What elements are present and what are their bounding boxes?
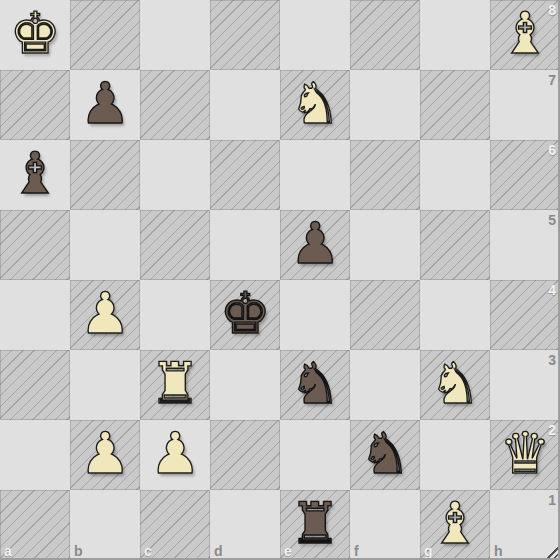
square-f8[interactable] [350,0,420,70]
square-h3[interactable]: 3 [490,350,560,420]
square-h2[interactable]: ♛2 [490,420,560,490]
square-f3[interactable] [350,350,420,420]
piece-white-pawn-b4[interactable]: ♟ [79,285,130,342]
square-g8[interactable] [420,0,490,70]
piece-black-knight-f2[interactable]: ♞ [359,425,410,482]
square-d8[interactable] [210,0,280,70]
piece-black-bishop-a6[interactable]: ♝ [9,145,60,202]
square-e4[interactable] [280,280,350,350]
square-e7[interactable]: ♞ [280,70,350,140]
square-b2[interactable]: ♟ [70,420,140,490]
file-label-f: f [354,544,359,558]
rank-label-4: 4 [548,283,556,297]
rank-label-7: 7 [548,73,556,87]
piece-white-king-a8[interactable]: ♚ [9,5,60,62]
square-d1[interactable]: d [210,490,280,560]
square-f4[interactable] [350,280,420,350]
square-g4[interactable] [420,280,490,350]
square-a6[interactable]: ♝ [0,140,70,210]
square-b1[interactable]: b [70,490,140,560]
piece-white-pawn-b2[interactable]: ♟ [79,425,130,482]
square-d3[interactable] [210,350,280,420]
square-h1[interactable]: 1h [490,490,560,560]
square-c7[interactable] [140,70,210,140]
square-f2[interactable]: ♞ [350,420,420,490]
square-a3[interactable] [0,350,70,420]
square-d6[interactable] [210,140,280,210]
piece-black-king-d4[interactable]: ♚ [219,285,270,342]
square-g1[interactable]: ♝g [420,490,490,560]
square-b5[interactable] [70,210,140,280]
square-c1[interactable]: c [140,490,210,560]
piece-white-bishop-g1[interactable]: ♝ [429,495,480,552]
square-e1[interactable]: ♜e [280,490,350,560]
square-c4[interactable] [140,280,210,350]
square-f5[interactable] [350,210,420,280]
piece-white-pawn-c2[interactable]: ♟ [149,425,200,482]
square-a5[interactable] [0,210,70,280]
square-h4[interactable]: 4 [490,280,560,350]
square-h7[interactable]: 7 [490,70,560,140]
piece-black-pawn-b7[interactable]: ♟ [79,75,130,132]
square-c2[interactable]: ♟ [140,420,210,490]
square-b7[interactable]: ♟ [70,70,140,140]
file-label-a: a [4,544,12,558]
square-g3[interactable]: ♞ [420,350,490,420]
square-b4[interactable]: ♟ [70,280,140,350]
square-e8[interactable] [280,0,350,70]
file-label-d: d [214,544,223,558]
square-a1[interactable]: a [0,490,70,560]
file-label-c: c [144,544,152,558]
square-d5[interactable] [210,210,280,280]
square-a7[interactable] [0,70,70,140]
square-f6[interactable] [350,140,420,210]
square-g6[interactable] [420,140,490,210]
square-e3[interactable]: ♞ [280,350,350,420]
piece-white-bishop-h8[interactable]: ♝ [499,5,550,62]
file-label-b: b [74,544,83,558]
file-label-h: h [494,544,503,558]
rank-label-5: 5 [548,213,556,227]
square-g2[interactable] [420,420,490,490]
square-a8[interactable]: ♚ [0,0,70,70]
square-h5[interactable]: 5 [490,210,560,280]
rank-label-6: 6 [548,143,556,157]
square-g7[interactable] [420,70,490,140]
square-b8[interactable] [70,0,140,70]
square-e6[interactable] [280,140,350,210]
square-e5[interactable]: ♟ [280,210,350,280]
square-c6[interactable] [140,140,210,210]
square-g5[interactable] [420,210,490,280]
square-c8[interactable] [140,0,210,70]
chess-board: ♚♝8♟♞7♝6♟5♟♚4♜♞♞3♟♟♞♛2abcd♜ef♝g1h [0,0,560,560]
square-b6[interactable] [70,140,140,210]
square-f7[interactable] [350,70,420,140]
square-d4[interactable]: ♚ [210,280,280,350]
square-a4[interactable] [0,280,70,350]
square-c5[interactable] [140,210,210,280]
square-h8[interactable]: ♝8 [490,0,560,70]
square-d7[interactable] [210,70,280,140]
piece-white-knight-g3[interactable]: ♞ [429,355,480,412]
rank-label-1: 1 [548,493,556,507]
piece-black-knight-e3[interactable]: ♞ [289,355,340,412]
piece-white-rook-c3[interactable]: ♜ [149,355,200,412]
square-f1[interactable]: f [350,490,420,560]
square-b3[interactable] [70,350,140,420]
piece-white-knight-e7[interactable]: ♞ [289,75,340,132]
piece-white-queen-h2[interactable]: ♛ [499,425,550,482]
piece-black-rook-e1[interactable]: ♜ [289,495,340,552]
square-c3[interactable]: ♜ [140,350,210,420]
square-a2[interactable] [0,420,70,490]
square-d2[interactable] [210,420,280,490]
square-e2[interactable] [280,420,350,490]
rank-label-3: 3 [548,353,556,367]
piece-black-pawn-e5[interactable]: ♟ [289,215,340,272]
square-h6[interactable]: 6 [490,140,560,210]
